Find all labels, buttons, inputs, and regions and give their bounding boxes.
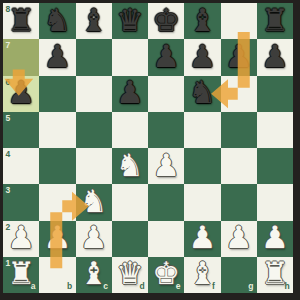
square-d2[interactable] [112, 221, 148, 257]
white-bishop-f1[interactable]: ♝ [188, 258, 216, 289]
square-b7[interactable]: ♟ [39, 39, 75, 75]
square-h1[interactable]: ♜ [257, 257, 293, 293]
white-king-e1[interactable]: ♚ [152, 258, 180, 289]
square-e7[interactable]: ♟ [148, 39, 184, 75]
square-f7[interactable]: ♟ [184, 39, 220, 75]
square-a6[interactable]: ♟ [3, 76, 39, 112]
square-g5[interactable] [221, 112, 257, 148]
square-f1[interactable]: ♝ [184, 257, 220, 293]
square-e4[interactable]: ♟ [148, 148, 184, 184]
square-e8[interactable]: ♚ [148, 3, 184, 39]
square-e5[interactable] [148, 112, 184, 148]
black-knight-f6[interactable]: ♞ [188, 77, 216, 108]
square-d3[interactable] [112, 184, 148, 220]
square-a8[interactable]: ♜ [3, 3, 39, 39]
black-pawn-d6[interactable]: ♟ [116, 77, 144, 108]
square-a2[interactable]: ♟ [3, 221, 39, 257]
square-g3[interactable] [221, 184, 257, 220]
square-b6[interactable] [39, 76, 75, 112]
white-pawn-f2[interactable]: ♟ [188, 222, 216, 253]
white-bishop-c1[interactable]: ♝ [80, 258, 108, 289]
square-d5[interactable] [112, 112, 148, 148]
square-d8[interactable]: ♛ [112, 3, 148, 39]
square-b4[interactable] [39, 148, 75, 184]
white-pawn-b2[interactable]: ♟ [43, 222, 71, 253]
black-knight-b8[interactable]: ♞ [43, 5, 71, 36]
white-rook-a1[interactable]: ♜ [7, 258, 35, 289]
black-bishop-c8[interactable]: ♝ [80, 5, 108, 36]
file-label-g: g [248, 282, 253, 291]
square-g7[interactable]: ♟ [221, 39, 257, 75]
square-f5[interactable] [184, 112, 220, 148]
chess-app-window: ♜♞♝♛♚♝♜♟♟♟♟♟♟♟♞♞♟♞♟♟♟♟♟♟♜♝♛♚♝♜87654321ab… [0, 0, 300, 300]
square-g4[interactable] [221, 148, 257, 184]
white-pawn-e4[interactable]: ♟ [152, 150, 180, 181]
square-b2[interactable]: ♟ [39, 221, 75, 257]
white-pawn-h2[interactable]: ♟ [261, 222, 289, 253]
square-b3[interactable] [39, 184, 75, 220]
square-d4[interactable]: ♞ [112, 148, 148, 184]
square-f3[interactable] [184, 184, 220, 220]
square-h5[interactable] [257, 112, 293, 148]
square-c5[interactable] [76, 112, 112, 148]
square-d6[interactable]: ♟ [112, 76, 148, 112]
white-queen-d1[interactable]: ♛ [116, 258, 144, 289]
square-f8[interactable]: ♝ [184, 3, 220, 39]
rank-label-3: 3 [6, 186, 11, 195]
white-knight-d4[interactable]: ♞ [116, 150, 144, 181]
square-c1[interactable]: ♝ [76, 257, 112, 293]
square-e2[interactable] [148, 221, 184, 257]
black-pawn-g7[interactable]: ♟ [225, 41, 253, 72]
square-f4[interactable] [184, 148, 220, 184]
black-king-e8[interactable]: ♚ [152, 5, 180, 36]
square-a1[interactable]: ♜ [3, 257, 39, 293]
white-pawn-c2[interactable]: ♟ [80, 222, 108, 253]
white-rook-h1[interactable]: ♜ [261, 258, 289, 289]
file-label-b: b [67, 282, 72, 291]
black-pawn-e7[interactable]: ♟ [152, 41, 180, 72]
rank-label-4: 4 [6, 150, 11, 159]
square-c2[interactable]: ♟ [76, 221, 112, 257]
square-f2[interactable]: ♟ [184, 221, 220, 257]
black-pawn-b7[interactable]: ♟ [43, 41, 71, 72]
square-g2[interactable]: ♟ [221, 221, 257, 257]
black-pawn-f7[interactable]: ♟ [188, 41, 216, 72]
square-b5[interactable] [39, 112, 75, 148]
white-pawn-g2[interactable]: ♟ [225, 222, 253, 253]
square-f6[interactable]: ♞ [184, 76, 220, 112]
square-e3[interactable] [148, 184, 184, 220]
square-b8[interactable]: ♞ [39, 3, 75, 39]
black-pawn-h7[interactable]: ♟ [261, 41, 289, 72]
square-h6[interactable] [257, 76, 293, 112]
square-h7[interactable]: ♟ [257, 39, 293, 75]
black-pawn-a6[interactable]: ♟ [7, 77, 35, 108]
square-d1[interactable]: ♛ [112, 257, 148, 293]
rank-label-7: 7 [6, 41, 11, 50]
square-c4[interactable] [76, 148, 112, 184]
chess-board[interactable]: ♜♞♝♛♚♝♜♟♟♟♟♟♟♟♞♞♟♞♟♟♟♟♟♟♜♝♛♚♝♜87654321ab… [3, 3, 293, 293]
white-knight-c3[interactable]: ♞ [80, 186, 108, 217]
square-h2[interactable]: ♟ [257, 221, 293, 257]
square-c7[interactable] [76, 39, 112, 75]
square-g6[interactable] [221, 76, 257, 112]
rank-label-5: 5 [6, 114, 11, 123]
white-pawn-a2[interactable]: ♟ [7, 222, 35, 253]
square-c8[interactable]: ♝ [76, 3, 112, 39]
square-e6[interactable] [148, 76, 184, 112]
black-bishop-f8[interactable]: ♝ [188, 5, 216, 36]
square-e1[interactable]: ♚ [148, 257, 184, 293]
square-d7[interactable] [112, 39, 148, 75]
square-h3[interactable] [257, 184, 293, 220]
square-c6[interactable] [76, 76, 112, 112]
square-g8[interactable] [221, 3, 257, 39]
square-c3[interactable]: ♞ [76, 184, 112, 220]
black-queen-d8[interactable]: ♛ [116, 5, 144, 36]
square-h4[interactable] [257, 148, 293, 184]
square-h8[interactable]: ♜ [257, 3, 293, 39]
black-rook-a8[interactable]: ♜ [7, 5, 35, 36]
black-rook-h8[interactable]: ♜ [261, 5, 289, 36]
